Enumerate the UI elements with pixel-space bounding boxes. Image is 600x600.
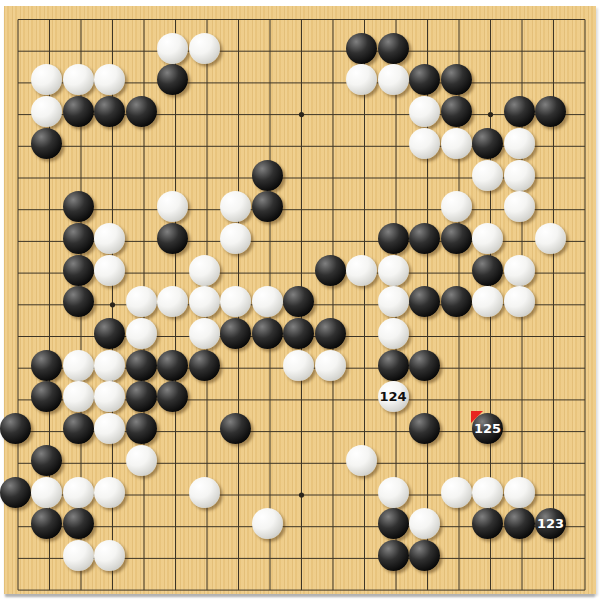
stone-black[interactable] (409, 350, 440, 381)
stone-white[interactable] (94, 350, 125, 381)
stone-black[interactable] (315, 255, 346, 286)
move-number-label: 123 (535, 508, 566, 539)
stone-white[interactable] (504, 286, 535, 317)
stone-black[interactable] (472, 128, 503, 159)
stone-black[interactable] (535, 96, 566, 127)
stone-black[interactable] (157, 223, 188, 254)
stone-white[interactable] (472, 160, 503, 191)
stone-white[interactable] (189, 318, 220, 349)
stone-black[interactable] (220, 413, 251, 444)
stone-white[interactable] (409, 508, 440, 539)
stone-white[interactable] (441, 477, 472, 508)
stone-black[interactable] (409, 540, 440, 571)
stone-black[interactable] (504, 508, 535, 539)
stone-white[interactable] (189, 477, 220, 508)
stone-black[interactable] (31, 350, 62, 381)
stone-white[interactable] (189, 33, 220, 64)
stone-white[interactable] (63, 381, 94, 412)
stone-black[interactable] (31, 508, 62, 539)
stone-white[interactable] (126, 318, 157, 349)
stone-white[interactable] (504, 128, 535, 159)
stone-white[interactable] (378, 318, 409, 349)
stone-black[interactable] (0, 413, 31, 444)
stone-white[interactable] (346, 255, 377, 286)
stone-black[interactable] (252, 318, 283, 349)
stone-black[interactable] (63, 413, 94, 444)
stone-black[interactable] (157, 350, 188, 381)
stone-white[interactable] (535, 223, 566, 254)
stone-black[interactable] (378, 223, 409, 254)
stone-black[interactable] (441, 64, 472, 95)
stone-white[interactable] (63, 540, 94, 571)
stone-black[interactable] (378, 508, 409, 539)
stone-white-move-124[interactable]: 124 (378, 381, 409, 412)
stone-white[interactable] (315, 350, 346, 381)
stone-white[interactable] (220, 223, 251, 254)
stone-black[interactable] (504, 96, 535, 127)
stone-black[interactable] (94, 318, 125, 349)
stone-black[interactable] (346, 33, 377, 64)
move-number-label: 124 (378, 381, 409, 412)
stone-black[interactable] (126, 350, 157, 381)
stone-black[interactable] (63, 286, 94, 317)
stone-black[interactable] (378, 540, 409, 571)
stone-black[interactable] (441, 286, 472, 317)
stone-white[interactable] (441, 128, 472, 159)
page-background: { "game": "go", "board_size": 19, "posit… (0, 0, 600, 600)
stone-white[interactable] (504, 477, 535, 508)
stone-black[interactable] (63, 223, 94, 254)
move-number-label: 125 (472, 413, 503, 444)
stone-white[interactable] (378, 64, 409, 95)
stone-black[interactable] (126, 381, 157, 412)
go-board[interactable]: 124125123 (4, 6, 596, 594)
stone-black[interactable] (63, 96, 94, 127)
stone-white[interactable] (94, 255, 125, 286)
stone-white[interactable] (220, 191, 251, 222)
stone-white[interactable] (94, 223, 125, 254)
stone-white[interactable] (504, 255, 535, 286)
stone-black[interactable] (472, 508, 503, 539)
stone-black[interactable] (220, 318, 251, 349)
stone-black[interactable] (283, 318, 314, 349)
stone-white[interactable] (126, 286, 157, 317)
stone-white[interactable] (346, 445, 377, 476)
stone-white[interactable] (189, 255, 220, 286)
stone-white[interactable] (63, 350, 94, 381)
stone-white[interactable] (189, 286, 220, 317)
stone-black[interactable] (126, 413, 157, 444)
stone-white[interactable] (94, 540, 125, 571)
stone-black[interactable] (31, 128, 62, 159)
stone-black[interactable] (252, 191, 283, 222)
stone-black[interactable] (63, 508, 94, 539)
stone-black[interactable] (378, 350, 409, 381)
stone-white[interactable] (441, 191, 472, 222)
stone-black[interactable] (31, 445, 62, 476)
stone-black[interactable] (441, 96, 472, 127)
stone-white[interactable] (252, 508, 283, 539)
stone-black[interactable] (472, 255, 503, 286)
stone-black[interactable] (252, 160, 283, 191)
stone-black[interactable] (0, 477, 31, 508)
stone-white[interactable] (157, 191, 188, 222)
stone-white[interactable] (252, 286, 283, 317)
stone-black[interactable] (94, 96, 125, 127)
stone-white[interactable] (283, 350, 314, 381)
stone-white[interactable] (94, 477, 125, 508)
stone-white[interactable] (409, 96, 440, 127)
stone-black-move-123[interactable]: 123 (535, 508, 566, 539)
stone-white[interactable] (504, 160, 535, 191)
stone-white[interactable] (504, 191, 535, 222)
stone-black[interactable] (63, 255, 94, 286)
stone-white[interactable] (31, 96, 62, 127)
stone-white[interactable] (126, 445, 157, 476)
stone-black[interactable] (189, 350, 220, 381)
stone-white[interactable] (157, 33, 188, 64)
stone-white[interactable] (378, 477, 409, 508)
stone-white[interactable] (31, 477, 62, 508)
stone-black[interactable] (63, 191, 94, 222)
stone-black[interactable] (378, 33, 409, 64)
stone-black[interactable] (441, 223, 472, 254)
stone-white[interactable] (378, 255, 409, 286)
stone-white[interactable] (378, 286, 409, 317)
stone-white[interactable] (472, 223, 503, 254)
stone-white[interactable] (63, 64, 94, 95)
stone-white[interactable] (63, 477, 94, 508)
stone-black[interactable] (315, 318, 346, 349)
stone-black[interactable] (409, 223, 440, 254)
stone-white[interactable] (409, 128, 440, 159)
stone-black-move-125[interactable]: 125 (472, 413, 503, 444)
stone-white[interactable] (472, 477, 503, 508)
stone-white[interactable] (94, 413, 125, 444)
stone-black[interactable] (126, 96, 157, 127)
stone-black[interactable] (409, 413, 440, 444)
